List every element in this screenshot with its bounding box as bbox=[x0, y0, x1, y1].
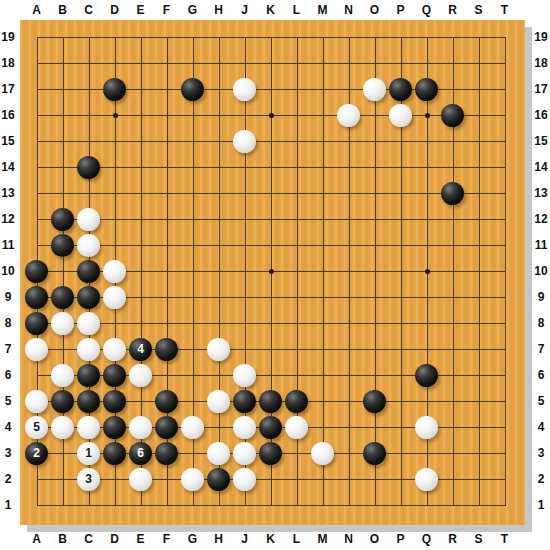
column-label-bottom: J bbox=[232, 531, 258, 547]
grid-line-vertical bbox=[479, 37, 480, 506]
stone-black[interactable] bbox=[77, 390, 100, 413]
row-label-left: 5 bbox=[0, 393, 16, 409]
stone-black[interactable] bbox=[441, 182, 464, 205]
stone-black[interactable] bbox=[77, 260, 100, 283]
stone-white[interactable] bbox=[233, 468, 256, 491]
column-label-top: C bbox=[76, 2, 102, 18]
stone-white[interactable] bbox=[181, 416, 204, 439]
stone-black[interactable] bbox=[103, 364, 126, 387]
column-label-bottom: O bbox=[362, 531, 388, 547]
column-label-top: D bbox=[102, 2, 128, 18]
move-number-label: 6 bbox=[137, 446, 144, 460]
stone-black[interactable]: 6 bbox=[129, 442, 152, 465]
row-label-right: 18 bbox=[533, 55, 549, 71]
stone-black[interactable] bbox=[51, 286, 74, 309]
stone-white[interactable] bbox=[103, 338, 126, 361]
row-label-left: 4 bbox=[0, 419, 16, 435]
go-game-viewer: 452163 ABCDEFGHJKLMNOPQRST ABCDEFGHJKLMN… bbox=[0, 0, 550, 550]
column-label-top: B bbox=[50, 2, 76, 18]
stone-black[interactable] bbox=[103, 78, 126, 101]
column-label-bottom: M bbox=[310, 531, 336, 547]
stone-black[interactable] bbox=[77, 364, 100, 387]
row-label-left: 19 bbox=[0, 29, 16, 45]
column-label-top: S bbox=[466, 2, 492, 18]
stone-white[interactable] bbox=[181, 468, 204, 491]
column-label-top: H bbox=[206, 2, 232, 18]
column-label-bottom: H bbox=[206, 531, 232, 547]
column-label-top: K bbox=[258, 2, 284, 18]
row-label-left: 15 bbox=[0, 133, 16, 149]
column-label-top: R bbox=[440, 2, 466, 18]
column-label-bottom: P bbox=[388, 531, 414, 547]
grid-line-vertical bbox=[375, 37, 376, 506]
stone-black[interactable] bbox=[25, 312, 48, 335]
row-label-left: 8 bbox=[0, 315, 16, 331]
stone-white[interactable] bbox=[233, 364, 256, 387]
row-label-right: 13 bbox=[533, 185, 549, 201]
stone-black[interactable] bbox=[103, 416, 126, 439]
column-label-bottom: E bbox=[128, 531, 154, 547]
row-label-right: 15 bbox=[533, 133, 549, 149]
column-label-bottom: A bbox=[24, 531, 50, 547]
row-label-right: 3 bbox=[533, 445, 549, 461]
column-label-top: G bbox=[180, 2, 206, 18]
grid-line-horizontal bbox=[37, 323, 506, 324]
stone-white[interactable]: 1 bbox=[77, 442, 100, 465]
move-number-label: 1 bbox=[85, 446, 92, 460]
stone-white[interactable] bbox=[415, 416, 438, 439]
stone-white[interactable] bbox=[129, 468, 152, 491]
go-board[interactable]: 452163 bbox=[20, 20, 525, 525]
row-label-left: 2 bbox=[0, 471, 16, 487]
row-label-right: 2 bbox=[533, 471, 549, 487]
column-label-top: T bbox=[492, 2, 518, 18]
row-label-right: 9 bbox=[533, 289, 549, 305]
row-label-right: 17 bbox=[533, 81, 549, 97]
stone-black[interactable] bbox=[259, 416, 282, 439]
column-label-top: Q bbox=[414, 2, 440, 18]
star-point bbox=[269, 113, 274, 118]
move-number-label: 4 bbox=[137, 342, 144, 356]
row-label-right: 16 bbox=[533, 107, 549, 123]
stone-white[interactable] bbox=[233, 442, 256, 465]
row-label-right: 11 bbox=[533, 237, 549, 253]
stone-white[interactable] bbox=[233, 78, 256, 101]
row-label-right: 12 bbox=[533, 211, 549, 227]
stone-black[interactable] bbox=[155, 442, 178, 465]
stone-white[interactable] bbox=[77, 338, 100, 361]
stone-black[interactable] bbox=[259, 390, 282, 413]
stone-white[interactable] bbox=[207, 338, 230, 361]
stone-black[interactable] bbox=[103, 442, 126, 465]
stone-white[interactable] bbox=[51, 416, 74, 439]
row-label-right: 1 bbox=[533, 497, 549, 513]
column-label-bottom: F bbox=[154, 531, 180, 547]
move-number-label: 2 bbox=[33, 446, 40, 460]
stone-black[interactable] bbox=[25, 260, 48, 283]
stone-white[interactable] bbox=[51, 364, 74, 387]
column-label-top: N bbox=[336, 2, 362, 18]
row-label-left: 10 bbox=[0, 263, 16, 279]
stone-white[interactable]: 5 bbox=[25, 416, 48, 439]
stone-white[interactable]: 3 bbox=[77, 468, 100, 491]
stone-black[interactable] bbox=[155, 338, 178, 361]
grid-line-vertical bbox=[323, 37, 324, 506]
column-label-bottom: B bbox=[50, 531, 76, 547]
stone-white[interactable] bbox=[233, 416, 256, 439]
row-label-right: 19 bbox=[533, 29, 549, 45]
stone-white[interactable] bbox=[77, 208, 100, 231]
stone-black[interactable] bbox=[389, 78, 412, 101]
row-label-right: 7 bbox=[533, 341, 549, 357]
row-label-left: 3 bbox=[0, 445, 16, 461]
column-label-bottom: C bbox=[76, 531, 102, 547]
column-label-top: F bbox=[154, 2, 180, 18]
stone-black[interactable] bbox=[155, 416, 178, 439]
row-label-left: 7 bbox=[0, 341, 16, 357]
move-number-label: 3 bbox=[85, 472, 92, 486]
stone-black[interactable] bbox=[51, 208, 74, 231]
stone-black[interactable] bbox=[103, 390, 126, 413]
stone-white[interactable] bbox=[77, 416, 100, 439]
stone-black[interactable] bbox=[77, 156, 100, 179]
stone-white[interactable] bbox=[207, 442, 230, 465]
stone-black[interactable] bbox=[207, 468, 230, 491]
row-label-right: 10 bbox=[533, 263, 549, 279]
column-label-top: A bbox=[24, 2, 50, 18]
row-label-left: 17 bbox=[0, 81, 16, 97]
stone-white[interactable] bbox=[129, 416, 152, 439]
stone-white[interactable] bbox=[25, 338, 48, 361]
stone-black[interactable] bbox=[77, 286, 100, 309]
stone-black[interactable] bbox=[51, 390, 74, 413]
column-label-top: J bbox=[232, 2, 258, 18]
row-label-left: 18 bbox=[0, 55, 16, 71]
move-number-label: 5 bbox=[33, 420, 40, 434]
stone-white[interactable] bbox=[363, 78, 386, 101]
row-label-right: 14 bbox=[533, 159, 549, 175]
column-label-bottom: S bbox=[466, 531, 492, 547]
stone-black[interactable] bbox=[441, 104, 464, 127]
star-point bbox=[113, 113, 118, 118]
row-label-left: 11 bbox=[0, 237, 16, 253]
row-label-right: 4 bbox=[533, 419, 549, 435]
grid-line-horizontal bbox=[37, 505, 506, 506]
column-label-top: O bbox=[362, 2, 388, 18]
column-label-top: E bbox=[128, 2, 154, 18]
stone-black[interactable] bbox=[363, 442, 386, 465]
stone-white[interactable] bbox=[285, 416, 308, 439]
grid-line-vertical bbox=[505, 37, 506, 506]
row-label-left: 13 bbox=[0, 185, 16, 201]
column-label-bottom: T bbox=[492, 531, 518, 547]
star-point bbox=[425, 269, 430, 274]
column-label-bottom: K bbox=[258, 531, 284, 547]
stone-black[interactable] bbox=[51, 234, 74, 257]
column-label-top: M bbox=[310, 2, 336, 18]
column-label-bottom: L bbox=[284, 531, 310, 547]
column-label-bottom: G bbox=[180, 531, 206, 547]
stone-white[interactable] bbox=[77, 312, 100, 335]
row-label-left: 16 bbox=[0, 107, 16, 123]
row-label-right: 6 bbox=[533, 367, 549, 383]
stone-white[interactable] bbox=[103, 260, 126, 283]
stone-black[interactable] bbox=[363, 390, 386, 413]
row-label-left: 6 bbox=[0, 367, 16, 383]
row-label-left: 9 bbox=[0, 289, 16, 305]
stone-white[interactable] bbox=[415, 468, 438, 491]
row-label-left: 14 bbox=[0, 159, 16, 175]
stone-black[interactable] bbox=[415, 78, 438, 101]
column-label-bottom: N bbox=[336, 531, 362, 547]
stone-black[interactable]: 4 bbox=[129, 338, 152, 361]
stone-black[interactable] bbox=[259, 442, 282, 465]
stone-white[interactable] bbox=[25, 390, 48, 413]
column-label-bottom: R bbox=[440, 531, 466, 547]
stone-black[interactable] bbox=[285, 390, 308, 413]
stone-black[interactable] bbox=[233, 390, 256, 413]
stone-black[interactable] bbox=[181, 78, 204, 101]
stone-black[interactable] bbox=[415, 364, 438, 387]
stone-white[interactable] bbox=[233, 130, 256, 153]
column-label-top: P bbox=[388, 2, 414, 18]
star-point bbox=[269, 269, 274, 274]
column-label-bottom: D bbox=[102, 531, 128, 547]
stone-white[interactable] bbox=[51, 312, 74, 335]
row-label-right: 5 bbox=[533, 393, 549, 409]
row-label-left: 1 bbox=[0, 497, 16, 513]
stone-black[interactable] bbox=[25, 286, 48, 309]
row-label-right: 8 bbox=[533, 315, 549, 331]
stone-white[interactable] bbox=[311, 442, 334, 465]
stone-white[interactable] bbox=[129, 364, 152, 387]
stone-black[interactable]: 2 bbox=[25, 442, 48, 465]
stone-white[interactable] bbox=[103, 286, 126, 309]
stone-white[interactable] bbox=[337, 104, 360, 127]
stone-white[interactable] bbox=[389, 104, 412, 127]
column-label-bottom: Q bbox=[414, 531, 440, 547]
column-label-top: L bbox=[284, 2, 310, 18]
row-label-left: 12 bbox=[0, 211, 16, 227]
star-point bbox=[425, 113, 430, 118]
stone-white[interactable] bbox=[207, 390, 230, 413]
stone-black[interactable] bbox=[155, 390, 178, 413]
stone-white[interactable] bbox=[77, 234, 100, 257]
